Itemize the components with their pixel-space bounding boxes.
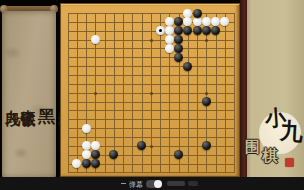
stone-black [91,150,100,159]
stone-black [137,141,146,150]
stone-black [174,44,183,53]
stone-white [82,141,91,150]
stone-black [202,97,211,106]
stone-black [109,150,118,159]
black-player-rank: 九段 [5,98,20,102]
go-board [61,4,239,176]
danmaku-label: 弹幕 [129,180,143,190]
grid-line-h [68,128,236,129]
stone-white [91,141,100,150]
logo-seal-dot [285,158,294,167]
black-player-name: 李钦诚 [20,98,35,101]
stone-white [91,35,100,44]
player-name-columns: 黑 李钦诚 九段 白 於之莹 七段 [5,15,53,174]
grid-line-h [68,119,236,120]
stone-black [82,159,91,168]
stone-black [183,26,192,35]
stone-white [165,26,174,35]
grid-line-h [68,110,236,111]
grid-line-v [197,13,198,173]
scroll-parchment: 黑 李钦诚 九段 白 於之莹 七段 [2,11,56,178]
stone-black [174,17,183,26]
logo-char-qi: 棋 [262,148,278,164]
stone-white [72,159,81,168]
stone-white [165,44,174,53]
hoshi-point [150,92,153,95]
thumbnail-stage: 黑 李钦诚 九段 白 於之莹 七段 小 九 围 棋 [0,0,304,190]
stone-white [183,9,192,18]
side-panel: 小 九 围 棋 [240,0,304,178]
stone-black [174,53,183,62]
hoshi-point [150,145,153,148]
hoshi-point [150,39,153,42]
stone-black [91,159,100,168]
player-bar-dash [121,183,126,184]
player-bar-text-blur [167,181,185,186]
logo-char-jiu: 九 [279,119,303,143]
stone-white [82,124,91,133]
stone-white [165,35,174,44]
black-player-column: 黑 李钦诚 九段 [5,15,58,174]
player-bar-text-blur2 [188,181,198,186]
danmaku-toggle-knob[interactable] [154,180,162,188]
stone-black [211,26,220,35]
stone-white [183,17,192,26]
hoshi-point [94,92,97,95]
stone-black [193,9,202,18]
player-bar: 弹幕 [0,177,304,190]
grid-line-v [188,13,189,173]
stone-black [202,141,211,150]
hoshi-point [205,92,208,95]
grid-line-v [234,13,235,173]
grid-line-v [225,13,226,173]
player-scroll: 黑 李钦诚 九段 白 於之莹 七段 [1,2,57,178]
stone-white [165,17,174,26]
grid-line-v [216,13,217,173]
grid-line-h [68,137,236,138]
last-move-marker [159,29,162,32]
stone-black [202,26,211,35]
stone-black [174,35,183,44]
stone-white [220,17,229,26]
grid-line-v [160,13,161,173]
stone-black [174,150,183,159]
grid-line-h [68,172,236,173]
stone-white [156,26,165,35]
stone-white [82,150,91,159]
stone-white [202,17,211,26]
channel-logo: 小 九 围 棋 [240,100,304,178]
stone-white [211,17,220,26]
stone-black [193,26,202,35]
black-color-label: 黑 [35,95,58,97]
logo-char-wei: 围 [245,140,260,155]
danmaku-toggle[interactable] [146,180,162,188]
go-board-panel [60,3,240,177]
stone-black [183,62,192,71]
stone-white [193,17,202,26]
stone-black [174,26,183,35]
